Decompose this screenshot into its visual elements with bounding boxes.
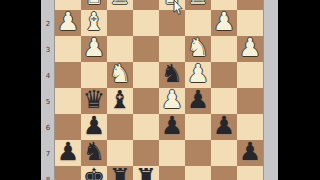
square-a3[interactable]: ♟ [237,36,263,62]
piece-wP-h2: ♟ [57,9,79,35]
square-f6[interactable] [107,114,133,140]
square-e8[interactable]: ♜ [133,166,159,180]
chess-board[interactable]: ♚♜♛♜♟♝♟♟♞♟♞♞♟♛♝♟♟♟♟♟♟♞♟♚♜♜ [55,0,263,180]
square-f3[interactable] [107,36,133,62]
square-a8[interactable] [237,166,263,180]
piece-bB-f5: ♝ [109,87,131,113]
square-f8[interactable]: ♜ [107,166,133,180]
rank-label-7: 7 [41,149,55,159]
rank-label-6: 6 [41,123,55,133]
square-g1[interactable]: ♚ [81,0,107,10]
piece-wR-c1: ♜ [187,0,209,9]
rank-label-5: 5 [41,97,55,107]
rank-label-2: 2 [41,19,55,29]
square-b5[interactable] [211,88,237,114]
square-f5[interactable]: ♝ [107,88,133,114]
piece-bR-f8: ♜ [109,165,131,180]
mouse-cursor-icon [171,0,183,18]
square-e6[interactable] [133,114,159,140]
square-e4[interactable] [133,62,159,88]
video-frame: ♚♜♛♜♟♝♟♟♞♟♞♞♟♛♝♟♟♟♟♟♟♞♟♚♜♜ 2345678 [0,0,320,180]
piece-wR-f1: ♜ [109,0,131,9]
square-d7[interactable] [159,140,185,166]
piece-bR-e8: ♜ [135,165,157,180]
square-d4[interactable]: ♞ [159,62,185,88]
piece-wB-g2: ♝ [83,9,105,35]
square-c4[interactable]: ♟ [185,62,211,88]
square-a1[interactable] [237,0,263,10]
piece-wN-c3: ♞ [187,35,209,61]
square-b4[interactable] [211,62,237,88]
piece-wP-g3: ♟ [83,35,105,61]
square-d3[interactable] [159,36,185,62]
square-h1[interactable] [55,0,81,10]
piece-bP-g6: ♟ [83,113,105,139]
piece-bP-b6: ♟ [213,113,235,139]
piece-bP-c5: ♟ [187,87,209,113]
square-e2[interactable] [133,10,159,36]
square-e1[interactable] [133,0,159,10]
square-h7[interactable]: ♟ [55,140,81,166]
piece-wP-b2: ♟ [213,9,235,35]
rank-label-3: 3 [41,45,55,55]
square-h3[interactable] [55,36,81,62]
square-d8[interactable] [159,166,185,180]
piece-wK-g1: ♚ [83,0,105,9]
square-h5[interactable] [55,88,81,114]
square-e3[interactable] [133,36,159,62]
square-b1[interactable] [211,0,237,10]
piece-wP-a3: ♟ [239,35,261,61]
piece-wP-d5: ♟ [161,87,183,113]
rank-label-4: 4 [41,71,55,81]
square-g8[interactable]: ♚ [81,166,107,180]
square-b3[interactable] [211,36,237,62]
square-c8[interactable] [185,166,211,180]
piece-wN-f4: ♞ [109,61,131,87]
square-b6[interactable]: ♟ [211,114,237,140]
square-a4[interactable] [237,62,263,88]
rank-label-8: 8 [41,175,55,180]
square-h8[interactable] [55,166,81,180]
piece-bN-g7: ♞ [83,139,105,165]
square-e5[interactable] [133,88,159,114]
square-f1[interactable]: ♜ [107,0,133,10]
piece-bP-h7: ♟ [57,139,79,165]
piece-bN-d4: ♞ [161,61,183,87]
square-c3[interactable]: ♞ [185,36,211,62]
square-b8[interactable] [211,166,237,180]
square-b7[interactable] [211,140,237,166]
square-a2[interactable] [237,10,263,36]
square-g6[interactable]: ♟ [81,114,107,140]
piece-bK-g8: ♚ [83,165,105,180]
square-g5[interactable]: ♛ [81,88,107,114]
piece-bP-a7: ♟ [239,139,261,165]
piece-bP-d6: ♟ [161,113,183,139]
square-d5[interactable]: ♟ [159,88,185,114]
piece-bQ-g5: ♛ [83,87,105,113]
square-g4[interactable] [81,62,107,88]
square-a5[interactable] [237,88,263,114]
square-b2[interactable]: ♟ [211,10,237,36]
square-c5[interactable]: ♟ [185,88,211,114]
square-h4[interactable] [55,62,81,88]
square-a7[interactable]: ♟ [237,140,263,166]
square-g3[interactable]: ♟ [81,36,107,62]
square-c7[interactable] [185,140,211,166]
square-c2[interactable] [185,10,211,36]
square-d6[interactable]: ♟ [159,114,185,140]
square-g2[interactable]: ♝ [81,10,107,36]
square-c1[interactable]: ♜ [185,0,211,10]
square-g7[interactable]: ♞ [81,140,107,166]
square-f4[interactable]: ♞ [107,62,133,88]
square-e7[interactable] [133,140,159,166]
square-c6[interactable] [185,114,211,140]
square-h2[interactable]: ♟ [55,10,81,36]
square-f7[interactable] [107,140,133,166]
piece-wP-c4: ♟ [187,61,209,87]
square-h6[interactable] [55,114,81,140]
square-f2[interactable] [107,10,133,36]
square-a6[interactable] [237,114,263,140]
